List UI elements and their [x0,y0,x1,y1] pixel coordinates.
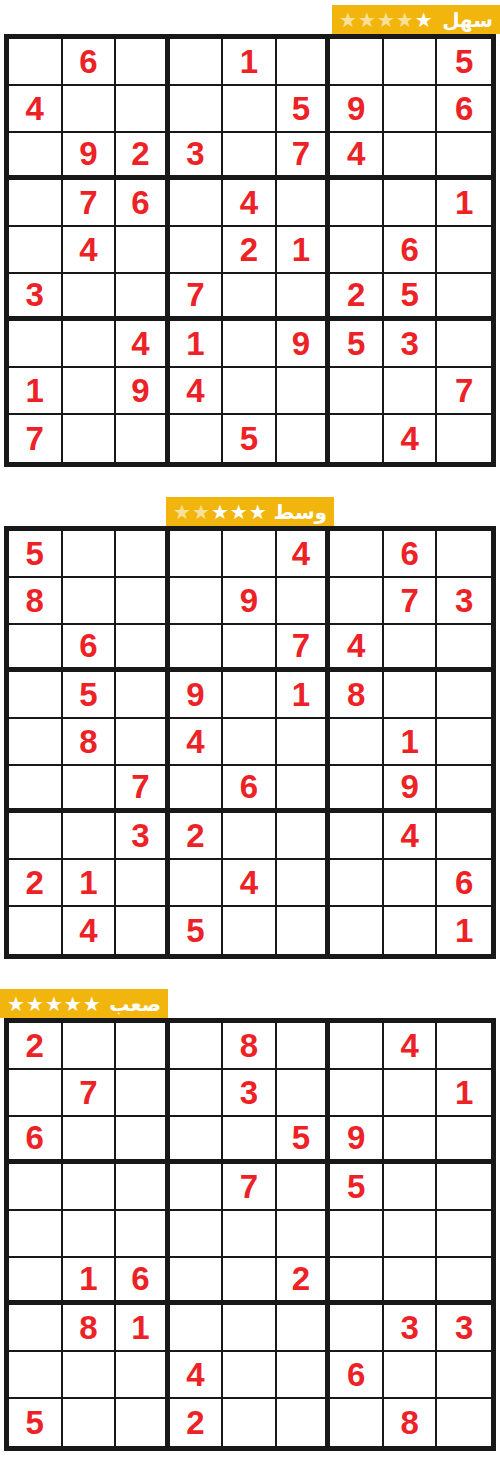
cell-r6c5[interactable] [223,1258,277,1305]
star-icon: ★ [358,10,377,30]
cell-r2c8[interactable] [384,86,438,133]
cell-r1c8[interactable] [384,39,438,86]
cell-r9c7[interactable] [330,415,384,462]
difficulty-banner-medium: ★★★★★ وسط [166,497,334,526]
cell-r7c9[interactable] [437,321,491,368]
cell-r3c8[interactable] [384,133,438,180]
difficulty-banner-easy: ★★★★★ سهل [332,5,500,34]
cell-r9c6[interactable] [277,415,331,462]
cell-r9c6[interactable] [277,907,331,954]
cell-r8c6[interactable] [277,1352,331,1399]
cell-r6c8[interactable] [384,1258,438,1305]
cell-r5c4[interactable] [170,1211,224,1258]
cell-r2c4[interactable] [170,1070,224,1117]
cell-r2c3[interactable] [116,1070,170,1117]
cell-r1c9[interactable]: 5 [437,39,491,86]
cell-r3c9[interactable] [437,625,491,672]
sudoku-page: ★★★★★ سهل 615459692374764142163725419531… [0,0,500,1451]
cell-r4c2[interactable]: 5 [63,672,117,719]
cell-r2c5[interactable] [223,86,277,133]
cell-r3c8[interactable] [384,625,438,672]
cell-r2c4[interactable] [170,86,224,133]
cell-r6c6[interactable] [277,766,331,813]
cell-r3c7[interactable]: 9 [330,1117,384,1164]
cell-r5c1[interactable] [9,719,63,766]
puzzle-hard: ★★★★★ صعب 28473165975162813346528 [0,989,500,1451]
cell-r5c9[interactable] [437,1211,491,1258]
cell-r8c2[interactable] [63,368,117,415]
cell-r6c1[interactable] [9,1258,63,1305]
cell-r2c1[interactable] [9,1070,63,1117]
star-icon: ★ [7,994,26,1014]
cell-r7c7[interactable] [330,1305,384,1352]
cell-r8c7[interactable] [330,860,384,907]
cell-r5c4[interactable] [170,227,224,274]
cell-r8c3[interactable]: 9 [116,368,170,415]
cell-r7c2[interactable]: 8 [63,1305,117,1352]
cell-r8c6[interactable] [277,860,331,907]
cell-r4c2[interactable]: 7 [63,180,117,227]
cell-r4c1[interactable] [9,180,63,227]
cell-r3c9[interactable] [437,133,491,180]
cell-r5c2[interactable] [63,1211,117,1258]
cell-r3c5[interactable] [223,625,277,672]
cell-r6c4[interactable]: 7 [170,274,224,321]
cell-r1c7[interactable] [330,1023,384,1070]
cell-r9c8[interactable] [384,907,438,954]
cell-r7c1[interactable] [9,1305,63,1352]
cell-r1c3[interactable] [116,1023,170,1070]
cell-r6c2[interactable] [63,274,117,321]
cell-r5c4[interactable]: 4 [170,719,224,766]
cell-r7c8[interactable]: 4 [384,813,438,860]
cell-r2c8[interactable] [384,1070,438,1117]
cell-r3c4[interactable]: 3 [170,133,224,180]
cell-r4c6[interactable]: 1 [277,672,331,719]
cell-r7c6[interactable] [277,1305,331,1352]
cell-r6c6[interactable] [277,274,331,321]
star-icon: ★ [249,502,268,522]
cell-r8c6[interactable] [277,368,331,415]
cell-r5c1[interactable] [9,227,63,274]
cell-r3c3[interactable]: 2 [116,133,170,180]
cell-r6c3[interactable]: 7 [116,766,170,813]
cell-r1c9[interactable] [437,1023,491,1070]
cell-r1c3[interactable] [116,39,170,86]
cell-r5c6[interactable] [277,719,331,766]
cell-r9c7[interactable] [330,1399,384,1446]
cell-r1c5[interactable]: 8 [223,1023,277,1070]
cell-r3c2[interactable]: 6 [63,625,117,672]
cell-r1c4[interactable] [170,1023,224,1070]
cell-r7c6[interactable] [277,813,331,860]
cell-r8c5[interactable]: 4 [223,860,277,907]
cell-r1c1[interactable] [9,39,63,86]
cell-r1c8[interactable]: 6 [384,531,438,578]
cell-r4c8[interactable] [384,1164,438,1211]
cell-r4c5[interactable] [223,672,277,719]
cell-r7c7[interactable] [330,813,384,860]
cell-r7c8[interactable]: 3 [384,321,438,368]
cell-r2c7[interactable]: 9 [330,86,384,133]
cell-r9c1[interactable]: 7 [9,415,63,462]
cell-r4c5[interactable]: 4 [223,180,277,227]
cell-r4c1[interactable] [9,672,63,719]
banner-row-easy: ★★★★★ سهل [0,5,500,34]
cell-r8c1[interactable]: 1 [9,368,63,415]
cell-r1c5[interactable]: 1 [223,39,277,86]
cell-r3c4[interactable] [170,625,224,672]
cell-r4c9[interactable]: 1 [437,180,491,227]
cell-r7c5[interactable] [223,1305,277,1352]
cell-r7c4[interactable]: 1 [170,321,224,368]
cell-r1c5[interactable] [223,531,277,578]
star-icon: ★ [415,10,434,30]
cell-r6c7[interactable] [330,1258,384,1305]
star-icon: ★ [45,994,64,1014]
star-icon: ★ [230,502,249,522]
cell-r7c4[interactable]: 2 [170,813,224,860]
cell-r8c7[interactable] [330,368,384,415]
cell-r5c8[interactable]: 6 [384,227,438,274]
cell-r9c3[interactable] [116,1399,170,1446]
cell-r7c9[interactable] [437,813,491,860]
cell-r5c9[interactable] [437,227,491,274]
cell-r6c5[interactable] [223,274,277,321]
cell-r2c3[interactable] [116,86,170,133]
cell-r3c1[interactable] [9,625,63,672]
cell-r5c7[interactable] [330,227,384,274]
cell-r5c5[interactable] [223,719,277,766]
cell-r6c5[interactable]: 6 [223,766,277,813]
cell-r8c5[interactable] [223,1352,277,1399]
cell-r8c3[interactable] [116,860,170,907]
cell-r9c7[interactable] [330,907,384,954]
cell-r4c3[interactable]: 6 [116,180,170,227]
cell-r9c1[interactable]: 5 [9,1399,63,1446]
cell-r6c8[interactable]: 5 [384,274,438,321]
cell-r9c4[interactable]: 2 [170,1399,224,1446]
cell-r9c4[interactable]: 5 [170,907,224,954]
cell-r9c8[interactable]: 4 [384,415,438,462]
cell-r7c6[interactable]: 9 [277,321,331,368]
cell-r6c1[interactable] [9,766,63,813]
cell-r6c3[interactable] [116,274,170,321]
cell-r2c2[interactable] [63,86,117,133]
cell-r8c1[interactable] [9,1352,63,1399]
cell-r4c2[interactable] [63,1164,117,1211]
cell-r1c6[interactable] [277,1023,331,1070]
cell-r1c1[interactable]: 5 [9,531,63,578]
cell-r6c8[interactable]: 9 [384,766,438,813]
cell-r9c5[interactable] [223,907,277,954]
cell-r9c3[interactable] [116,907,170,954]
cell-r8c8[interactable] [384,368,438,415]
cell-r8c5[interactable] [223,368,277,415]
cell-r9c2[interactable]: 4 [63,907,117,954]
cell-r3c3[interactable] [116,625,170,672]
cell-r3c9[interactable] [437,1117,491,1164]
cell-r4c7[interactable]: 8 [330,672,384,719]
cell-r1c6[interactable] [277,39,331,86]
cell-r4c3[interactable] [116,672,170,719]
cell-r5c3[interactable] [116,227,170,274]
cell-r3c6[interactable]: 7 [277,625,331,672]
cell-r3c7[interactable]: 4 [330,133,384,180]
cell-r2c6[interactable] [277,1070,331,1117]
cell-r2c9[interactable]: 1 [437,1070,491,1117]
cell-r3c5[interactable] [223,133,277,180]
cell-r7c8[interactable]: 3 [384,1305,438,1352]
cell-r1c7[interactable] [330,531,384,578]
star-icon: ★ [192,502,211,522]
cell-r8c4[interactable] [170,860,224,907]
cell-r1c2[interactable] [63,1023,117,1070]
cell-r6c4[interactable] [170,766,224,813]
cell-r9c9[interactable]: 1 [437,907,491,954]
cell-r2c9[interactable]: 6 [437,86,491,133]
cell-r7c3[interactable]: 4 [116,321,170,368]
cell-r4c7[interactable] [330,180,384,227]
cell-r7c3[interactable]: 1 [116,1305,170,1352]
cell-r1c2[interactable]: 6 [63,39,117,86]
cell-r2c1[interactable]: 8 [9,578,63,625]
cell-r3c7[interactable]: 4 [330,625,384,672]
cell-r2c7[interactable] [330,578,384,625]
cell-r8c7[interactable]: 6 [330,1352,384,1399]
cell-r7c7[interactable]: 5 [330,321,384,368]
cell-r2c5[interactable]: 9 [223,578,277,625]
cell-r5c7[interactable] [330,719,384,766]
sudoku-board-hard: 28473165975162813346528 [4,1018,496,1451]
difficulty-stars-medium: ★★★★★ [173,502,268,522]
cell-r5c2[interactable]: 8 [63,719,117,766]
difficulty-label-easy: سهل [442,10,493,30]
cell-r5c8[interactable]: 1 [384,719,438,766]
star-icon: ★ [211,502,230,522]
cell-r1c8[interactable]: 4 [384,1023,438,1070]
cell-r5c7[interactable] [330,1211,384,1258]
cell-r8c9[interactable] [437,1352,491,1399]
cell-r4c6[interactable] [277,180,331,227]
cell-r6c1[interactable]: 3 [9,274,63,321]
cell-r7c3[interactable]: 3 [116,813,170,860]
cell-r4c8[interactable] [384,180,438,227]
cell-r6c2[interactable] [63,766,117,813]
cell-r8c2[interactable] [63,1352,117,1399]
star-icon: ★ [64,994,83,1014]
cell-r7c1[interactable] [9,321,63,368]
cell-r2c4[interactable] [170,578,224,625]
cell-r8c3[interactable] [116,1352,170,1399]
sudoku-board-medium: 546897367459188417693242146451 [4,526,496,959]
cell-r8c4[interactable]: 4 [170,1352,224,1399]
cell-r6c4[interactable] [170,1258,224,1305]
cell-r2c6[interactable]: 5 [277,86,331,133]
cell-r9c2[interactable] [63,415,117,462]
cell-r4c9[interactable] [437,1164,491,1211]
cell-r7c5[interactable] [223,321,277,368]
cell-r7c9[interactable]: 3 [437,1305,491,1352]
cell-r2c7[interactable] [330,1070,384,1117]
difficulty-label-medium: وسط [273,502,327,522]
sudoku-board-easy: 615459692374764142163725419531947754 [4,34,496,467]
cell-r7c1[interactable] [9,813,63,860]
star-icon: ★ [83,994,102,1014]
cell-r8c1[interactable]: 2 [9,860,63,907]
star-icon: ★ [26,994,45,1014]
cell-r1c1[interactable]: 2 [9,1023,63,1070]
cell-r2c9[interactable]: 3 [437,578,491,625]
cell-r5c9[interactable] [437,719,491,766]
star-icon: ★ [339,10,358,30]
cell-r6c6[interactable]: 2 [277,1258,331,1305]
cell-r7c5[interactable] [223,813,277,860]
cell-r9c6[interactable] [277,1399,331,1446]
cell-r4c7[interactable]: 5 [330,1164,384,1211]
cell-r3c2[interactable]: 9 [63,133,117,180]
cell-r3c1[interactable] [9,133,63,180]
cell-r5c6[interactable]: 1 [277,227,331,274]
cell-r6c7[interactable] [330,766,384,813]
cell-r5c1[interactable] [9,1211,63,1258]
cell-r1c7[interactable] [330,39,384,86]
cell-r2c1[interactable]: 4 [9,86,63,133]
cell-r3c2[interactable] [63,1117,117,1164]
cell-r6c9[interactable] [437,274,491,321]
cell-r8c2[interactable]: 1 [63,860,117,907]
banner-row-medium: ★★★★★ وسط [0,497,500,526]
cell-r1c4[interactable] [170,39,224,86]
cell-r5c3[interactable] [116,719,170,766]
cell-r9c8[interactable]: 8 [384,1399,438,1446]
cell-r5c8[interactable] [384,1211,438,1258]
cell-r6c9[interactable] [437,1258,491,1305]
cell-r3c5[interactable] [223,1117,277,1164]
difficulty-stars-hard: ★★★★★ [7,994,102,1014]
cell-r8c8[interactable] [384,1352,438,1399]
cell-r5c2[interactable]: 4 [63,227,117,274]
cell-r3c4[interactable] [170,1117,224,1164]
cell-r4c1[interactable] [9,1164,63,1211]
cell-r1c9[interactable] [437,531,491,578]
puzzle-easy: ★★★★★ سهل 615459692374764142163725419531… [0,5,500,467]
cell-r6c3[interactable]: 6 [116,1258,170,1305]
cell-r8c9[interactable]: 7 [437,368,491,415]
cell-r9c9[interactable] [437,415,491,462]
cell-r7c2[interactable] [63,813,117,860]
cell-r4c6[interactable] [277,1164,331,1211]
cell-r3c8[interactable] [384,1117,438,1164]
star-icon: ★ [377,10,396,30]
cell-r6c2[interactable]: 1 [63,1258,117,1305]
cell-r2c8[interactable]: 7 [384,578,438,625]
puzzle-medium: ★★★★★ وسط 546897367459188417693242146451 [0,497,500,959]
cell-r3c6[interactable]: 5 [277,1117,331,1164]
cell-r6c7[interactable]: 2 [330,274,384,321]
cell-r7c2[interactable] [63,321,117,368]
cell-r7c4[interactable] [170,1305,224,1352]
cell-r8c4[interactable]: 4 [170,368,224,415]
cell-r9c1[interactable] [9,907,63,954]
cell-r1c2[interactable] [63,531,117,578]
difficulty-banner-hard: ★★★★★ صعب [0,989,168,1018]
cell-r9c2[interactable] [63,1399,117,1446]
cell-r5c3[interactable] [116,1211,170,1258]
cell-r2c2[interactable]: 7 [63,1070,117,1117]
cell-r1c4[interactable] [170,531,224,578]
cell-r1c3[interactable] [116,531,170,578]
cell-r4c3[interactable] [116,1164,170,1211]
cell-r3c6[interactable]: 7 [277,133,331,180]
cell-r4c4[interactable] [170,180,224,227]
cell-r4c8[interactable] [384,672,438,719]
difficulty-label-hard: صعب [109,994,161,1014]
cell-r3c1[interactable]: 6 [9,1117,63,1164]
cell-r5c6[interactable] [277,1211,331,1258]
cell-r9c5[interactable]: 5 [223,415,277,462]
cell-r2c2[interactable] [63,578,117,625]
cell-r9c5[interactable] [223,1399,277,1446]
cell-r4c4[interactable] [170,1164,224,1211]
difficulty-stars-easy: ★★★★★ [339,10,434,30]
cell-r2c6[interactable] [277,578,331,625]
banner-row-hard: ★★★★★ صعب [0,989,500,1018]
cell-r2c5[interactable]: 3 [223,1070,277,1117]
cell-r5c5[interactable]: 2 [223,227,277,274]
cell-r8c8[interactable] [384,860,438,907]
cell-r4c4[interactable]: 9 [170,672,224,719]
cell-r9c4[interactable] [170,415,224,462]
cell-r4c5[interactable]: 7 [223,1164,277,1211]
cell-r2c3[interactable] [116,578,170,625]
cell-r1c6[interactable]: 4 [277,531,331,578]
cell-r9c3[interactable] [116,415,170,462]
cell-r3c3[interactable] [116,1117,170,1164]
cell-r8c9[interactable]: 6 [437,860,491,907]
star-icon: ★ [173,502,192,522]
star-icon: ★ [396,10,415,30]
cell-r6c9[interactable] [437,766,491,813]
cell-r5c5[interactable] [223,1211,277,1258]
cell-r4c9[interactable] [437,672,491,719]
cell-r9c9[interactable] [437,1399,491,1446]
